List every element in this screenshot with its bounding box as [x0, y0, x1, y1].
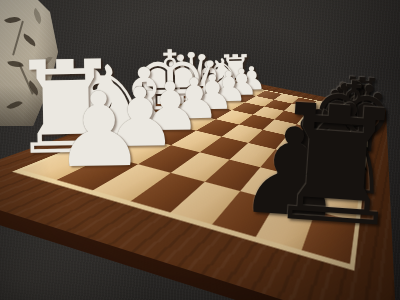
scene: ♜♞♝♛♚♝♞♜♟♟♟♟♟♟♟♟♟♟♟♟♟♟♟♟♜♞♝♛♚♝♞♜: [0, 0, 400, 300]
piece-black-rook-h8[interactable]: ♜: [259, 87, 400, 249]
piece-white-pawn-h2[interactable]: ♟: [53, 80, 147, 179]
